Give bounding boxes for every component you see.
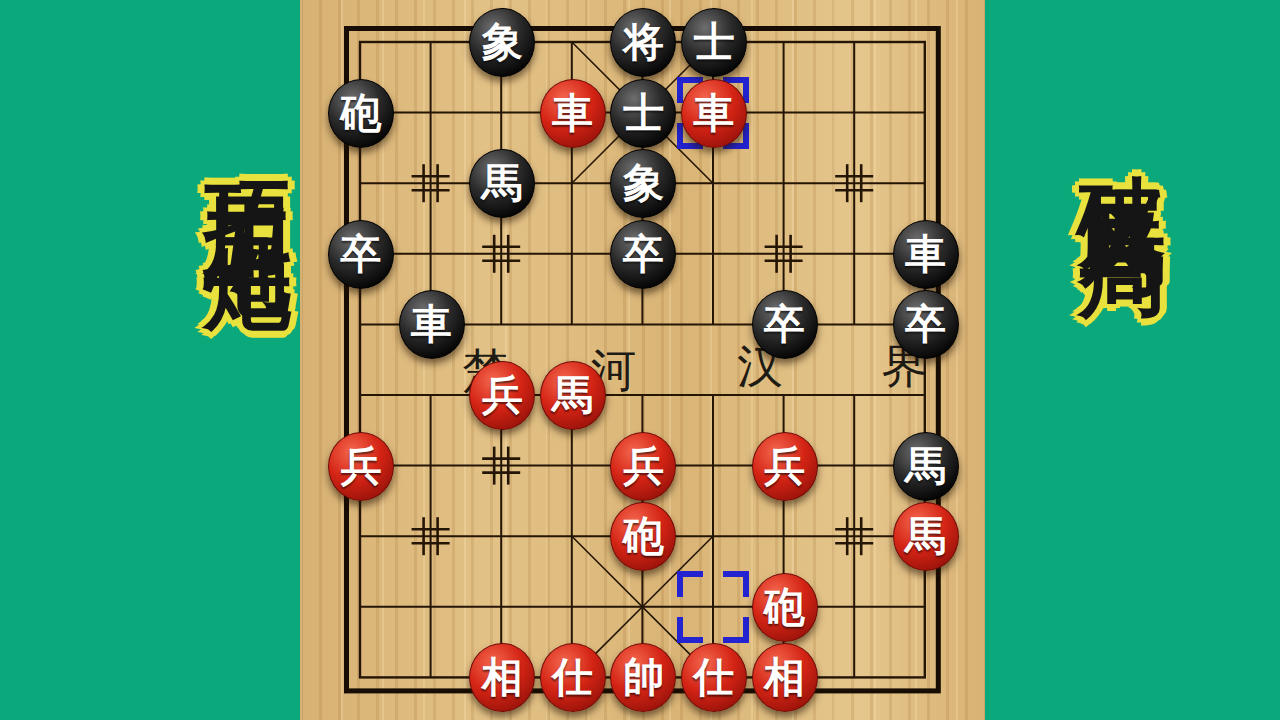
piece-red-horse[interactable]: 馬 — [540, 361, 606, 430]
piece-black-elephant[interactable]: 象 — [469, 8, 535, 77]
piece-red-soldier[interactable]: 兵 — [469, 361, 535, 430]
piece-red-soldier[interactable]: 兵 — [328, 432, 394, 501]
piece-red-chariot[interactable]: 車 — [681, 79, 747, 148]
piece-black-soldier[interactable]: 卒 — [752, 290, 818, 359]
piece-red-horse[interactable]: 馬 — [893, 502, 959, 571]
piece-black-advisor[interactable]: 士 — [681, 8, 747, 77]
piece-red-elephant[interactable]: 相 — [752, 643, 818, 712]
piece-black-soldier[interactable]: 卒 — [610, 220, 676, 289]
piece-black-soldier[interactable]: 卒 — [328, 220, 394, 289]
piece-red-chariot[interactable]: 車 — [540, 79, 606, 148]
selection-bracket-corner — [723, 617, 749, 643]
left-panel-title: 巧用五七炮 — [189, 112, 308, 192]
selection-bracket-corner — [677, 571, 703, 597]
selection-bracket-corner — [677, 617, 703, 643]
piece-black-horse[interactable]: 馬 — [893, 432, 959, 501]
piece-black-soldier[interactable]: 卒 — [893, 290, 959, 359]
piece-red-soldier[interactable]: 兵 — [610, 432, 676, 501]
piece-black-chariot[interactable]: 車 — [893, 220, 959, 289]
piece-black-horse[interactable]: 馬 — [469, 149, 535, 218]
piece-black-advisor[interactable]: 士 — [610, 79, 676, 148]
piece-red-soldier[interactable]: 兵 — [752, 432, 818, 501]
selection-bracket-corner — [723, 571, 749, 597]
piece-red-advisor[interactable]: 仕 — [681, 643, 747, 712]
piece-red-advisor[interactable]: 仕 — [540, 643, 606, 712]
piece-black-chariot[interactable]: 車 — [399, 290, 465, 359]
selection-bracket — [677, 571, 749, 643]
screen: 巧用五七炮 破屏风马局 楚 河 汉 界 象将士砲車士車馬象卒卒車車卒卒兵馬兵兵兵… — [0, 0, 1280, 720]
piece-black-cannon[interactable]: 砲 — [328, 79, 394, 148]
piece-black-general[interactable]: 将 — [610, 8, 676, 77]
right-panel-title: 破屏风马局 — [1063, 104, 1182, 184]
piece-red-cannon[interactable]: 砲 — [752, 573, 818, 642]
